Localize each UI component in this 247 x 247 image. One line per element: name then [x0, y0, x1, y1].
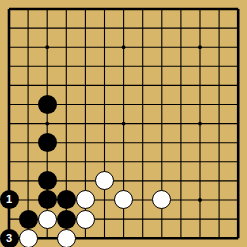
black-stone-3-10 [38, 171, 57, 190]
intersection-3-5[interactable] [38, 76, 57, 95]
black-stone-4-12 [57, 210, 76, 229]
intersection-1-2[interactable] [0, 19, 19, 38]
intersection-12-10[interactable] [209, 171, 228, 190]
intersection-3-8[interactable] [38, 133, 57, 152]
intersection-8-7[interactable] [133, 114, 152, 133]
intersection-1-12[interactable] [0, 209, 19, 228]
intersection-1-8[interactable] [0, 133, 19, 152]
intersection-5-1[interactable] [76, 0, 95, 19]
intersection-3-9[interactable] [38, 152, 57, 171]
intersection-1-3[interactable] [0, 38, 19, 57]
intersection-2-2[interactable] [19, 19, 38, 38]
intersection-2-12[interactable] [19, 209, 38, 228]
intersection-3-10[interactable] [38, 171, 57, 190]
intersection-6-12[interactable] [95, 209, 114, 228]
intersection-11-10[interactable] [190, 171, 209, 190]
intersection-13-12[interactable] [229, 209, 247, 228]
intersection-9-4[interactable] [152, 57, 171, 76]
intersection-3-1[interactable] [38, 0, 57, 19]
intersection-8-8[interactable] [133, 133, 152, 152]
intersection-9-3[interactable] [152, 38, 171, 57]
intersection-5-12[interactable] [76, 209, 95, 228]
intersection-3-6[interactable] [38, 95, 57, 114]
intersection-9-12[interactable] [152, 209, 171, 228]
intersection-2-1[interactable] [19, 0, 38, 19]
intersection-10-4[interactable] [171, 57, 190, 76]
intersection-12-8[interactable] [209, 133, 228, 152]
intersection-6-8[interactable] [95, 133, 114, 152]
intersection-8-11[interactable] [133, 190, 152, 209]
intersection-10-1[interactable] [171, 0, 190, 19]
intersection-6-4[interactable] [95, 57, 114, 76]
intersection-12-7[interactable] [209, 114, 228, 133]
intersection-5-2[interactable] [76, 19, 95, 38]
intersection-13-4[interactable] [229, 57, 247, 76]
go-board: 13 [0, 0, 247, 247]
intersection-2-3[interactable] [19, 38, 38, 57]
intersection-6-10[interactable] [95, 171, 114, 190]
intersection-8-6[interactable] [133, 95, 152, 114]
intersection-3-7[interactable] [38, 114, 57, 133]
intersection-7-4[interactable] [114, 57, 133, 76]
intersection-13-13[interactable] [229, 229, 247, 247]
intersection-11-8[interactable] [190, 133, 209, 152]
intersection-9-7[interactable] [152, 114, 171, 133]
intersection-7-7[interactable] [114, 114, 133, 133]
white-stone-5-11 [76, 190, 95, 209]
intersection-5-5[interactable] [76, 76, 95, 95]
intersection-4-5[interactable] [57, 76, 76, 95]
white-stone-4-13 [57, 229, 76, 247]
intersection-11-7[interactable] [190, 114, 209, 133]
intersection-13-10[interactable] [229, 171, 247, 190]
intersection-5-10[interactable] [76, 171, 95, 190]
intersection-11-6[interactable] [190, 95, 209, 114]
intersection-3-3[interactable] [38, 38, 57, 57]
intersection-7-10[interactable] [114, 171, 133, 190]
intersection-10-10[interactable] [171, 171, 190, 190]
intersection-11-5[interactable] [190, 76, 209, 95]
intersection-9-5[interactable] [152, 76, 171, 95]
intersection-13-11[interactable] [229, 190, 247, 209]
intersection-11-11[interactable] [190, 190, 209, 209]
intersection-13-2[interactable] [229, 19, 247, 38]
intersection-10-6[interactable] [171, 95, 190, 114]
intersection-2-4[interactable] [19, 57, 38, 76]
intersection-8-5[interactable] [133, 76, 152, 95]
intersection-8-12[interactable] [133, 209, 152, 228]
intersection-12-1[interactable] [209, 0, 228, 19]
intersection-5-9[interactable] [76, 152, 95, 171]
intersection-9-13[interactable] [152, 229, 171, 247]
intersection-6-9[interactable] [95, 152, 114, 171]
intersection-4-10[interactable] [57, 171, 76, 190]
white-stone-5-12 [76, 210, 95, 229]
intersection-1-1[interactable] [0, 0, 19, 19]
intersection-4-2[interactable] [57, 19, 76, 38]
intersection-7-2[interactable] [114, 19, 133, 38]
black-stone-1-11-move-1: 1 [0, 190, 19, 209]
intersection-11-13[interactable] [190, 229, 209, 247]
intersection-2-10[interactable] [19, 171, 38, 190]
intersection-7-3[interactable] [114, 38, 133, 57]
intersection-12-2[interactable] [209, 19, 228, 38]
intersection-8-3[interactable] [133, 38, 152, 57]
intersection-1-11[interactable]: 1 [0, 190, 19, 209]
intersection-3-2[interactable] [38, 19, 57, 38]
intersection-2-8[interactable] [19, 133, 38, 152]
intersection-13-7[interactable] [229, 114, 247, 133]
intersection-10-7[interactable] [171, 114, 190, 133]
intersection-5-3[interactable] [76, 38, 95, 57]
intersection-2-7[interactable] [19, 114, 38, 133]
intersection-1-7[interactable] [0, 114, 19, 133]
intersection-12-13[interactable] [209, 229, 228, 247]
intersection-6-5[interactable] [95, 76, 114, 95]
intersection-11-2[interactable] [190, 19, 209, 38]
intersection-13-8[interactable] [229, 133, 247, 152]
intersection-6-13[interactable] [95, 229, 114, 247]
intersection-7-12[interactable] [114, 209, 133, 228]
intersection-8-2[interactable] [133, 19, 152, 38]
black-stone-3-11 [38, 190, 57, 209]
intersection-3-11[interactable] [38, 190, 57, 209]
intersection-4-7[interactable] [57, 114, 76, 133]
black-stone-3-8 [38, 133, 57, 152]
intersection-4-8[interactable] [57, 133, 76, 152]
intersection-1-4[interactable] [0, 57, 19, 76]
intersection-8-4[interactable] [133, 57, 152, 76]
intersection-11-4[interactable] [190, 57, 209, 76]
intersection-13-1[interactable] [229, 0, 247, 19]
intersection-4-12[interactable] [57, 209, 76, 228]
black-stone-3-6 [38, 95, 57, 114]
intersection-5-7[interactable] [76, 114, 95, 133]
intersection-7-13[interactable] [114, 229, 133, 247]
intersection-8-1[interactable] [133, 0, 152, 19]
intersection-9-2[interactable] [152, 19, 171, 38]
intersection-8-9[interactable] [133, 152, 152, 171]
intersection-8-10[interactable] [133, 171, 152, 190]
intersection-2-6[interactable] [19, 95, 38, 114]
intersection-10-2[interactable] [171, 19, 190, 38]
intersection-13-5[interactable] [229, 76, 247, 95]
intersection-9-9[interactable] [152, 152, 171, 171]
intersection-9-6[interactable] [152, 95, 171, 114]
intersection-11-12[interactable] [190, 209, 209, 228]
intersection-5-4[interactable] [76, 57, 95, 76]
intersection-1-9[interactable] [0, 152, 19, 171]
intersection-11-1[interactable] [190, 0, 209, 19]
intersection-10-11[interactable] [171, 190, 190, 209]
intersection-10-9[interactable] [171, 152, 190, 171]
intersection-4-11[interactable] [57, 190, 76, 209]
intersection-13-9[interactable] [229, 152, 247, 171]
intersection-13-6[interactable] [229, 95, 247, 114]
intersection-7-5[interactable] [114, 76, 133, 95]
intersection-12-6[interactable] [209, 95, 228, 114]
intersection-12-9[interactable] [209, 152, 228, 171]
intersection-1-6[interactable] [0, 95, 19, 114]
intersection-10-3[interactable] [171, 38, 190, 57]
intersection-5-13[interactable] [76, 229, 95, 247]
intersection-6-2[interactable] [95, 19, 114, 38]
intersection-5-8[interactable] [76, 133, 95, 152]
intersection-6-3[interactable] [95, 38, 114, 57]
intersection-5-11[interactable] [76, 190, 95, 209]
intersection-1-10[interactable] [0, 171, 19, 190]
intersection-6-6[interactable] [95, 95, 114, 114]
intersection-1-13[interactable]: 3 [0, 229, 19, 247]
intersection-1-5[interactable] [0, 76, 19, 95]
black-stone-4-11 [57, 190, 76, 209]
intersection-6-11[interactable] [95, 190, 114, 209]
intersection-5-6[interactable] [76, 95, 95, 114]
board-intersections: 13 [0, 0, 247, 247]
intersection-4-6[interactable] [57, 95, 76, 114]
intersection-4-1[interactable] [57, 0, 76, 19]
white-stone-9-11 [152, 190, 171, 209]
intersection-13-3[interactable] [229, 38, 247, 57]
black-stone-2-12 [19, 210, 38, 229]
intersection-2-9[interactable] [19, 152, 38, 171]
intersection-7-9[interactable] [114, 152, 133, 171]
intersection-4-9[interactable] [57, 152, 76, 171]
intersection-7-8[interactable] [114, 133, 133, 152]
white-stone-3-12 [38, 210, 57, 229]
intersection-9-8[interactable] [152, 133, 171, 152]
intersection-12-3[interactable] [209, 38, 228, 57]
intersection-12-4[interactable] [209, 57, 228, 76]
intersection-2-5[interactable] [19, 76, 38, 95]
intersection-9-10[interactable] [152, 171, 171, 190]
intersection-9-1[interactable] [152, 0, 171, 19]
intersection-12-12[interactable] [209, 209, 228, 228]
intersection-3-13[interactable] [38, 229, 57, 247]
intersection-4-13[interactable] [57, 229, 76, 247]
intersection-3-12[interactable] [38, 209, 57, 228]
intersection-12-5[interactable] [209, 76, 228, 95]
intersection-2-13[interactable] [19, 229, 38, 247]
intersection-10-8[interactable] [171, 133, 190, 152]
intersection-12-11[interactable] [209, 190, 228, 209]
intersection-8-13[interactable] [133, 229, 152, 247]
white-stone-6-10 [95, 171, 114, 190]
intersection-10-13[interactable] [171, 229, 190, 247]
intersection-10-12[interactable] [171, 209, 190, 228]
intersection-4-4[interactable] [57, 57, 76, 76]
intersection-7-1[interactable] [114, 0, 133, 19]
intersection-6-7[interactable] [95, 114, 114, 133]
intersection-10-5[interactable] [171, 76, 190, 95]
intersection-9-11[interactable] [152, 190, 171, 209]
intersection-7-6[interactable] [114, 95, 133, 114]
white-stone-7-11 [114, 190, 133, 209]
intersection-2-11[interactable] [19, 190, 38, 209]
intersection-11-9[interactable] [190, 152, 209, 171]
intersection-6-1[interactable] [95, 0, 114, 19]
intersection-11-3[interactable] [190, 38, 209, 57]
intersection-4-3[interactable] [57, 38, 76, 57]
intersection-3-4[interactable] [38, 57, 57, 76]
white-stone-2-13 [19, 229, 38, 247]
black-stone-1-13-move-3: 3 [0, 229, 19, 247]
intersection-7-11[interactable] [114, 190, 133, 209]
